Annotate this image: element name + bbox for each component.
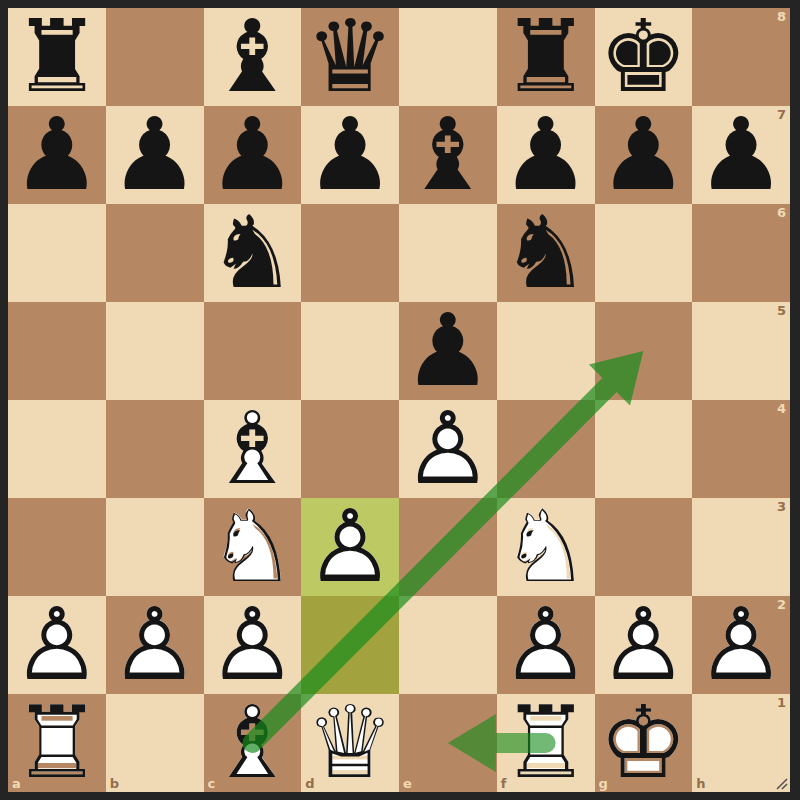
piece-white-pawn[interactable]: ♟♙ (595, 596, 693, 694)
piece-black-pawn[interactable]: ♟ (692, 106, 790, 204)
square-f5[interactable] (497, 302, 595, 400)
square-c4[interactable]: ♝♗ (204, 400, 302, 498)
square-d2[interactable] (301, 596, 399, 694)
piece-black-pawn[interactable]: ♟ (399, 302, 497, 400)
piece-white-pawn[interactable]: ♟♙ (301, 498, 399, 596)
piece-white-pawn[interactable]: ♟♙ (8, 596, 106, 694)
square-f4[interactable] (497, 400, 595, 498)
square-a4[interactable] (8, 400, 106, 498)
square-f2[interactable]: ♟♙ (497, 596, 595, 694)
piece-white-queen[interactable]: ♛♕ (301, 694, 399, 792)
piece-white-bishop[interactable]: ♝♗ (204, 694, 302, 792)
piece-white-pawn[interactable]: ♟♙ (692, 596, 790, 694)
square-e7[interactable]: ♝ (399, 106, 497, 204)
square-d5[interactable] (301, 302, 399, 400)
square-b2[interactable]: ♟♙ (106, 596, 204, 694)
square-e5[interactable]: ♟ (399, 302, 497, 400)
square-h3[interactable]: 3 (692, 498, 790, 596)
square-c3[interactable]: ♞♘ (204, 498, 302, 596)
piece-black-bishop[interactable]: ♝ (399, 106, 497, 204)
square-b6[interactable] (106, 204, 204, 302)
square-a6[interactable] (8, 204, 106, 302)
square-c5[interactable] (204, 302, 302, 400)
square-d7[interactable]: ♟ (301, 106, 399, 204)
square-g1[interactable]: g♚♔ (595, 694, 693, 792)
piece-black-queen[interactable]: ♛ (301, 8, 399, 106)
square-b5[interactable] (106, 302, 204, 400)
piece-black-knight[interactable]: ♞ (497, 204, 595, 302)
square-e1[interactable]: e (399, 694, 497, 792)
square-e8[interactable] (399, 8, 497, 106)
square-e3[interactable] (399, 498, 497, 596)
square-h4[interactable]: 4 (692, 400, 790, 498)
piece-black-pawn[interactable]: ♟ (497, 106, 595, 204)
piece-black-rook[interactable]: ♜ (497, 8, 595, 106)
piece-black-pawn[interactable]: ♟ (8, 106, 106, 204)
square-f3[interactable]: ♞♘ (497, 498, 595, 596)
square-g7[interactable]: ♟ (595, 106, 693, 204)
square-b4[interactable] (106, 400, 204, 498)
square-d4[interactable] (301, 400, 399, 498)
piece-white-bishop[interactable]: ♝♗ (204, 400, 302, 498)
coord-file-e: e (403, 776, 412, 791)
square-a5[interactable] (8, 302, 106, 400)
square-f6[interactable]: ♞ (497, 204, 595, 302)
piece-white-rook[interactable]: ♜♖ (8, 694, 106, 792)
square-f7[interactable]: ♟ (497, 106, 595, 204)
square-g5[interactable] (595, 302, 693, 400)
piece-white-pawn[interactable]: ♟♙ (204, 596, 302, 694)
square-e2[interactable] (399, 596, 497, 694)
square-h6[interactable]: 6 (692, 204, 790, 302)
piece-white-knight[interactable]: ♞♘ (204, 498, 302, 596)
square-g2[interactable]: ♟♙ (595, 596, 693, 694)
piece-black-pawn[interactable]: ♟ (301, 106, 399, 204)
piece-white-pawn[interactable]: ♟♙ (106, 596, 204, 694)
chess-board: ♜♝♛♜♚8♟♟♟♟♝♟♟7♟♞♞6♟5♝♗♟♙4♞♘♟♙♞♘3♟♙♟♙♟♙♟♙… (8, 8, 790, 792)
square-c8[interactable]: ♝ (204, 8, 302, 106)
square-b3[interactable] (106, 498, 204, 596)
board-resize-handle-icon[interactable] (774, 776, 788, 790)
square-h8[interactable]: 8 (692, 8, 790, 106)
piece-black-pawn[interactable]: ♟ (595, 106, 693, 204)
square-e4[interactable]: ♟♙ (399, 400, 497, 498)
square-c1[interactable]: c♝♗ (204, 694, 302, 792)
square-b1[interactable]: b (106, 694, 204, 792)
square-c2[interactable]: ♟♙ (204, 596, 302, 694)
square-a7[interactable]: ♟ (8, 106, 106, 204)
piece-white-pawn[interactable]: ♟♙ (399, 400, 497, 498)
square-c7[interactable]: ♟ (204, 106, 302, 204)
piece-white-king[interactable]: ♚♔ (595, 694, 693, 792)
piece-black-pawn[interactable]: ♟ (106, 106, 204, 204)
square-d6[interactable] (301, 204, 399, 302)
piece-white-knight[interactable]: ♞♘ (497, 498, 595, 596)
coord-file-b: b (110, 776, 119, 791)
square-g6[interactable] (595, 204, 693, 302)
square-g8[interactable]: ♚ (595, 8, 693, 106)
square-h2[interactable]: 2♟♙ (692, 596, 790, 694)
square-f1[interactable]: f♜♖ (497, 694, 595, 792)
piece-black-king[interactable]: ♚ (595, 8, 693, 106)
square-c6[interactable]: ♞ (204, 204, 302, 302)
square-h5[interactable]: 5 (692, 302, 790, 400)
square-a3[interactable] (8, 498, 106, 596)
square-b8[interactable] (106, 8, 204, 106)
square-d3[interactable]: ♟♙ (301, 498, 399, 596)
coord-rank-8: 8 (777, 9, 786, 24)
square-g4[interactable] (595, 400, 693, 498)
coord-rank-4: 4 (777, 401, 786, 416)
piece-white-rook[interactable]: ♜♖ (497, 694, 595, 792)
piece-black-bishop[interactable]: ♝ (204, 8, 302, 106)
square-b7[interactable]: ♟ (106, 106, 204, 204)
piece-black-pawn[interactable]: ♟ (204, 106, 302, 204)
square-g3[interactable] (595, 498, 693, 596)
square-a1[interactable]: a♜♖ (8, 694, 106, 792)
square-f8[interactable]: ♜ (497, 8, 595, 106)
piece-black-knight[interactable]: ♞ (204, 204, 302, 302)
piece-white-pawn[interactable]: ♟♙ (497, 596, 595, 694)
square-a2[interactable]: ♟♙ (8, 596, 106, 694)
square-d8[interactable]: ♛ (301, 8, 399, 106)
square-h7[interactable]: 7♟ (692, 106, 790, 204)
coord-rank-5: 5 (777, 303, 786, 318)
square-e6[interactable] (399, 204, 497, 302)
square-d1[interactable]: d♛♕ (301, 694, 399, 792)
coord-file-h: h (696, 776, 705, 791)
square-a8[interactable]: ♜ (8, 8, 106, 106)
coord-rank-3: 3 (777, 499, 786, 514)
piece-black-rook[interactable]: ♜ (8, 8, 106, 106)
